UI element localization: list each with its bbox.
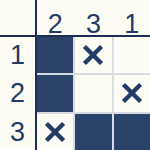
cell-r3c2-filled[interactable] bbox=[75, 114, 111, 150]
row-clue-3: 3 bbox=[0, 114, 35, 150]
row-clue-2: 2 bbox=[0, 75, 35, 111]
nonogram-board: 231 123 bbox=[0, 0, 150, 150]
cell-r2c1-filled[interactable] bbox=[37, 75, 73, 111]
column-clues: 231 bbox=[37, 0, 150, 35]
column-clue-text: 3 bbox=[86, 13, 101, 35]
cell-r1c2-cross[interactable] bbox=[75, 37, 111, 73]
cell-r2c2-blank[interactable] bbox=[75, 75, 111, 111]
row-clue-1: 1 bbox=[0, 37, 35, 73]
column-clue-3: 1 bbox=[114, 0, 150, 35]
row-clue-text: 1 bbox=[10, 44, 25, 66]
cell-r2c3-cross[interactable] bbox=[114, 75, 150, 111]
column-clue-2: 3 bbox=[75, 0, 111, 35]
puzzle-grid bbox=[37, 37, 150, 150]
row-clue-text: 3 bbox=[10, 121, 25, 143]
cell-r3c3-filled[interactable] bbox=[114, 114, 150, 150]
cell-r1c3-blank[interactable] bbox=[114, 37, 150, 73]
cell-r1c1-filled[interactable] bbox=[37, 37, 73, 73]
x-mark-icon bbox=[43, 120, 67, 144]
column-clue-text: 2 bbox=[48, 13, 63, 35]
column-clue-text: 1 bbox=[124, 13, 139, 35]
x-mark-icon bbox=[81, 43, 105, 67]
row-clue-text: 2 bbox=[10, 82, 25, 104]
column-clue-1: 2 bbox=[37, 0, 73, 35]
x-mark-icon bbox=[120, 81, 144, 105]
cell-r3c1-cross[interactable] bbox=[37, 114, 73, 150]
row-clues: 123 bbox=[0, 37, 35, 150]
